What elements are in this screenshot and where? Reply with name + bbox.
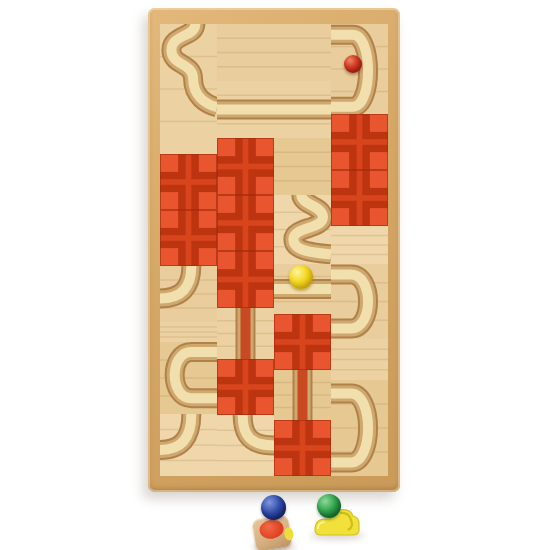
cube-yellow-peg [283, 527, 294, 541]
block-B3-cross[interactable] [217, 138, 274, 195]
block-C8-cross[interactable] [274, 420, 331, 476]
block-B6-v-red[interactable] [217, 308, 274, 359]
block-B8-curve-tr[interactable] [217, 415, 274, 476]
product-photo-stage [0, 0, 550, 550]
block-D5-c-left[interactable] [331, 264, 388, 339]
block-D6-plain[interactable] [331, 339, 388, 380]
block-B4-cross[interactable] [217, 195, 274, 251]
block-B7-cross[interactable] [217, 359, 274, 415]
yellow-marble[interactable] [289, 265, 313, 289]
blue-marble[interactable] [261, 495, 286, 520]
block-C6-cross[interactable] [274, 314, 331, 370]
block-A6-c-right[interactable] [160, 342, 217, 414]
block-C3-plain[interactable] [274, 138, 331, 195]
wooden-cube-piece[interactable] [252, 514, 293, 550]
block-B1-plain[interactable] [217, 24, 274, 81]
block-A2-cross[interactable] [160, 154, 217, 210]
block-B5-cross[interactable] [217, 251, 274, 308]
block-B2-h-channel[interactable] [217, 81, 274, 138]
block-A4-curve-tl[interactable] [160, 266, 217, 322]
block-A3-cross[interactable] [160, 210, 217, 266]
board-interior [160, 24, 388, 476]
red-marble[interactable] [344, 55, 362, 73]
block-C4-s-bend2[interactable] [274, 195, 331, 264]
block-A5-plain[interactable] [160, 322, 217, 342]
marble-maze-tray [148, 8, 400, 492]
block-A7-curve-tl[interactable] [160, 414, 217, 476]
block-A1-s-bend[interactable] [160, 24, 217, 154]
green-marble[interactable] [317, 494, 341, 518]
block-D2-cross[interactable] [331, 114, 388, 170]
block-D3-cross[interactable] [331, 170, 388, 226]
block-C1-plain[interactable] [274, 24, 331, 81]
block-D4-plain[interactable] [331, 226, 388, 264]
block-C7-v-red[interactable] [274, 370, 331, 420]
block-D7-c-left[interactable] [331, 380, 388, 476]
block-C2-h-channel[interactable] [274, 81, 331, 138]
cube-red-top [258, 518, 284, 540]
